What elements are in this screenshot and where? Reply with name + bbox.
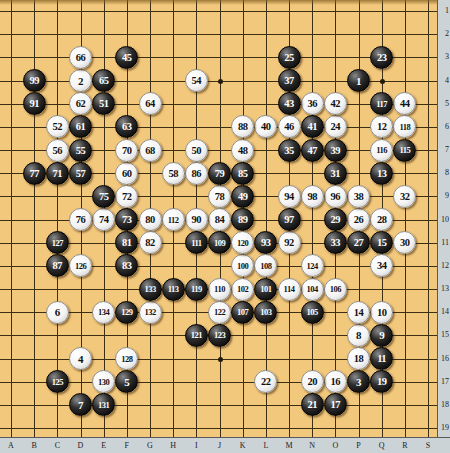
black-stone-3[interactable]: 3	[347, 370, 370, 393]
white-stone-50[interactable]: 50	[185, 139, 208, 162]
white-stone-74[interactable]: 74	[92, 208, 115, 231]
black-stone-33[interactable]: 33	[324, 231, 347, 254]
black-stone-47[interactable]: 47	[301, 139, 324, 162]
black-stone-111[interactable]: 111	[185, 231, 208, 254]
black-stone-17[interactable]: 17	[324, 393, 347, 416]
column-label-N: N	[305, 441, 319, 450]
white-stone-132[interactable]: 132	[139, 301, 162, 324]
row-label-9: 9	[438, 192, 449, 200]
black-stone-93[interactable]: 93	[254, 231, 277, 254]
black-stone-23[interactable]: 23	[370, 46, 393, 69]
black-stone-51[interactable]: 51	[92, 92, 115, 115]
column-label-R: R	[398, 441, 412, 450]
white-stone-108[interactable]: 108	[254, 254, 277, 277]
white-stone-100[interactable]: 100	[231, 254, 254, 277]
white-stone-52[interactable]: 52	[46, 115, 69, 138]
white-stone-128[interactable]: 128	[115, 347, 138, 370]
star-point	[218, 357, 223, 362]
black-stone-81[interactable]: 81	[115, 231, 138, 254]
black-stone-45[interactable]: 45	[115, 46, 138, 69]
black-stone-117[interactable]: 117	[370, 92, 393, 115]
black-stone-19[interactable]: 19	[370, 370, 393, 393]
white-stone-2[interactable]: 2	[69, 69, 92, 92]
white-stone-106[interactable]: 106	[324, 278, 347, 301]
black-stone-107[interactable]: 107	[231, 301, 254, 324]
go-diagram-screenshot: 1234567891011121314151617181920212223242…	[0, 0, 450, 453]
black-stone-13[interactable]: 13	[370, 162, 393, 185]
column-label-E: E	[97, 441, 111, 450]
black-stone-11[interactable]: 11	[370, 347, 393, 370]
white-stone-12[interactable]: 12	[370, 115, 393, 138]
white-stone-48[interactable]: 48	[231, 139, 254, 162]
black-stone-115[interactable]: 115	[393, 139, 416, 162]
white-stone-114[interactable]: 114	[278, 278, 301, 301]
black-stone-105[interactable]: 105	[301, 301, 324, 324]
column-label-H: H	[166, 441, 180, 450]
white-stone-26[interactable]: 26	[347, 208, 370, 231]
column-label-K: K	[236, 441, 250, 450]
row-label-16: 16	[438, 355, 449, 363]
black-stone-89[interactable]: 89	[231, 208, 254, 231]
column-label-C: C	[50, 441, 64, 450]
star-point	[380, 79, 385, 84]
black-stone-7[interactable]: 7	[69, 393, 92, 416]
black-stone-103[interactable]: 103	[254, 301, 277, 324]
column-label-A: A	[4, 441, 18, 450]
grid-line-vertical	[34, 0, 35, 437]
white-stone-120[interactable]: 120	[231, 231, 254, 254]
column-label-L: L	[259, 441, 273, 450]
grid-line-horizontal	[0, 34, 437, 35]
white-stone-68[interactable]: 68	[139, 139, 162, 162]
row-label-1: 1	[438, 7, 449, 15]
black-stone-75[interactable]: 75	[92, 185, 115, 208]
black-stone-87[interactable]: 87	[46, 254, 69, 277]
black-stone-41[interactable]: 41	[301, 115, 324, 138]
white-stone-66[interactable]: 66	[69, 46, 92, 69]
grid-line-horizontal	[0, 428, 437, 429]
black-stone-91[interactable]: 91	[23, 92, 46, 115]
black-stone-123[interactable]: 123	[208, 324, 231, 347]
white-stone-70[interactable]: 70	[115, 139, 138, 162]
white-stone-72[interactable]: 72	[115, 185, 138, 208]
row-label-3: 3	[438, 53, 449, 61]
grid-line-vertical	[405, 0, 406, 437]
black-stone-133[interactable]: 133	[139, 278, 162, 301]
black-stone-27[interactable]: 27	[347, 231, 370, 254]
column-label-P: P	[352, 441, 366, 450]
black-stone-25[interactable]: 25	[278, 46, 301, 69]
row-label-10: 10	[438, 216, 449, 224]
white-stone-84[interactable]: 84	[208, 208, 231, 231]
row-label-5: 5	[438, 100, 449, 108]
column-label-B: B	[27, 441, 41, 450]
black-stone-31[interactable]: 31	[324, 162, 347, 185]
grid-line-horizontal	[0, 11, 437, 12]
black-stone-1[interactable]: 1	[347, 69, 370, 92]
black-stone-55[interactable]: 55	[69, 139, 92, 162]
black-stone-5[interactable]: 5	[115, 370, 138, 393]
white-stone-24[interactable]: 24	[324, 115, 347, 138]
grid-line-vertical	[428, 0, 429, 437]
black-stone-109[interactable]: 109	[208, 231, 231, 254]
column-label-J: J	[213, 441, 227, 450]
black-stone-85[interactable]: 85	[231, 162, 254, 185]
white-stone-60[interactable]: 60	[115, 162, 138, 185]
white-stone-20[interactable]: 20	[301, 370, 324, 393]
black-stone-101[interactable]: 101	[254, 278, 277, 301]
black-stone-61[interactable]: 61	[69, 115, 92, 138]
black-stone-21[interactable]: 21	[301, 393, 324, 416]
black-stone-35[interactable]: 35	[278, 139, 301, 162]
white-stone-118[interactable]: 118	[393, 115, 416, 138]
white-stone-18[interactable]: 18	[347, 347, 370, 370]
white-stone-38[interactable]: 38	[347, 185, 370, 208]
row-label-8: 8	[438, 169, 449, 177]
white-stone-34[interactable]: 34	[370, 254, 393, 277]
row-label-13: 13	[438, 285, 449, 293]
black-stone-121[interactable]: 121	[185, 324, 208, 347]
row-label-15: 15	[438, 331, 449, 339]
row-label-11: 11	[438, 239, 449, 247]
row-label-18: 18	[438, 401, 449, 409]
black-stone-131[interactable]: 131	[92, 393, 115, 416]
black-stone-9[interactable]: 9	[370, 324, 393, 347]
white-stone-32[interactable]: 32	[393, 185, 416, 208]
white-stone-124[interactable]: 124	[301, 254, 324, 277]
white-stone-36[interactable]: 36	[301, 92, 324, 115]
column-label-F: F	[120, 441, 134, 450]
white-stone-28[interactable]: 28	[370, 208, 393, 231]
white-stone-94[interactable]: 94	[278, 185, 301, 208]
column-label-S: S	[421, 441, 435, 450]
row-label-4: 4	[438, 77, 449, 85]
row-label-14: 14	[438, 308, 449, 316]
row-label-19: 19	[438, 424, 449, 432]
white-stone-116[interactable]: 116	[370, 139, 393, 162]
white-stone-54[interactable]: 54	[185, 69, 208, 92]
black-stone-113[interactable]: 113	[162, 278, 185, 301]
row-label-2: 2	[438, 30, 449, 38]
white-stone-76[interactable]: 76	[69, 208, 92, 231]
white-stone-64[interactable]: 64	[139, 92, 162, 115]
white-stone-10[interactable]: 10	[370, 301, 393, 324]
white-stone-110[interactable]: 110	[208, 278, 231, 301]
black-stone-63[interactable]: 63	[115, 115, 138, 138]
white-stone-98[interactable]: 98	[301, 185, 324, 208]
black-stone-97[interactable]: 97	[278, 208, 301, 231]
white-stone-104[interactable]: 104	[301, 278, 324, 301]
white-stone-126[interactable]: 126	[69, 254, 92, 277]
white-stone-14[interactable]: 14	[347, 301, 370, 324]
grid-line-horizontal	[0, 405, 437, 406]
black-stone-15[interactable]: 15	[370, 231, 393, 254]
black-stone-49[interactable]: 49	[231, 185, 254, 208]
white-stone-44[interactable]: 44	[393, 92, 416, 115]
grid-line-vertical	[11, 0, 12, 437]
row-coordinate-strip: 12345678910111213141516171819	[437, 0, 450, 453]
white-stone-78[interactable]: 78	[208, 185, 231, 208]
column-label-O: O	[328, 441, 342, 450]
white-stone-88[interactable]: 88	[231, 115, 254, 138]
white-stone-122[interactable]: 122	[208, 301, 231, 324]
white-stone-80[interactable]: 80	[139, 208, 162, 231]
black-stone-83[interactable]: 83	[115, 254, 138, 277]
black-stone-65[interactable]: 65	[92, 69, 115, 92]
white-stone-92[interactable]: 92	[278, 231, 301, 254]
column-label-G: G	[143, 441, 157, 450]
black-stone-77[interactable]: 77	[23, 162, 46, 185]
white-stone-42[interactable]: 42	[324, 92, 347, 115]
black-stone-37[interactable]: 37	[278, 69, 301, 92]
black-stone-29[interactable]: 29	[324, 208, 347, 231]
black-stone-73[interactable]: 73	[115, 208, 138, 231]
row-label-7: 7	[438, 146, 449, 154]
white-stone-56[interactable]: 56	[46, 139, 69, 162]
column-label-M: M	[282, 441, 296, 450]
column-label-Q: Q	[375, 441, 389, 450]
go-board[interactable]: 1234567891011121314151617181920212223242…	[0, 0, 437, 437]
row-label-12: 12	[438, 262, 449, 270]
white-stone-134[interactable]: 134	[92, 301, 115, 324]
black-stone-99[interactable]: 99	[23, 69, 46, 92]
white-stone-22[interactable]: 22	[254, 370, 277, 393]
white-stone-6[interactable]: 6	[46, 301, 69, 324]
black-stone-79[interactable]: 79	[208, 162, 231, 185]
star-point	[218, 79, 223, 84]
black-stone-129[interactable]: 129	[115, 301, 138, 324]
column-coordinate-strip: ABCDEFGHIJKLMNOPQRS	[0, 437, 450, 453]
black-stone-119[interactable]: 119	[185, 278, 208, 301]
white-stone-86[interactable]: 86	[185, 162, 208, 185]
white-stone-40[interactable]: 40	[254, 115, 277, 138]
white-stone-130[interactable]: 130	[92, 370, 115, 393]
black-stone-57[interactable]: 57	[69, 162, 92, 185]
white-stone-46[interactable]: 46	[278, 115, 301, 138]
row-label-6: 6	[438, 123, 449, 131]
white-stone-102[interactable]: 102	[231, 278, 254, 301]
white-stone-30[interactable]: 30	[393, 231, 416, 254]
white-stone-82[interactable]: 82	[139, 231, 162, 254]
column-label-D: D	[74, 441, 88, 450]
white-stone-96[interactable]: 96	[324, 185, 347, 208]
black-stone-43[interactable]: 43	[278, 92, 301, 115]
white-stone-8[interactable]: 8	[347, 324, 370, 347]
black-stone-127[interactable]: 127	[46, 231, 69, 254]
black-stone-71[interactable]: 71	[46, 162, 69, 185]
white-stone-112[interactable]: 112	[162, 208, 185, 231]
column-label-I: I	[189, 441, 203, 450]
black-stone-39[interactable]: 39	[324, 139, 347, 162]
row-label-17: 17	[438, 378, 449, 386]
black-stone-125[interactable]: 125	[46, 370, 69, 393]
white-stone-90[interactable]: 90	[185, 208, 208, 231]
white-stone-4[interactable]: 4	[69, 347, 92, 370]
white-stone-16[interactable]: 16	[324, 370, 347, 393]
white-stone-58[interactable]: 58	[162, 162, 185, 185]
white-stone-62[interactable]: 62	[69, 92, 92, 115]
